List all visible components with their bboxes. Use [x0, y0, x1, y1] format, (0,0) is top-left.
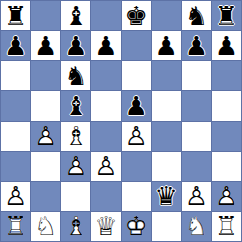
square-c4[interactable]: ♝♗	[61, 122, 90, 151]
piece-outline: ♔	[122, 212, 151, 241]
piece-outline: ♖	[1, 212, 30, 241]
piece-fill: ♝	[61, 91, 90, 120]
piece-outline: ♙	[122, 122, 151, 151]
piece-outline: ♗	[61, 122, 90, 151]
piece-fill: ♜	[212, 1, 241, 30]
square-h5[interactable]	[212, 91, 241, 120]
white-pawn-icon: ♟♙	[1, 182, 30, 211]
square-h2[interactable]: ♟♙	[212, 182, 241, 211]
black-rook-icon: ♜	[1, 1, 30, 30]
square-f1[interactable]	[152, 212, 181, 241]
square-c7[interactable]: ♟	[61, 31, 90, 60]
white-queen-icon: ♛♕	[91, 212, 120, 241]
piece-fill: ♛	[152, 182, 181, 211]
piece-fill: ♟	[212, 31, 241, 60]
chess-board: ♜♝♚♞♜♟♟♟♟♟♟♟♞♝♟♟♙♝♗♟♙♟♙♟♙♟♙♛♟♙♟♙♜♖♞♘♝♗♛♕…	[0, 0, 242, 242]
square-d8[interactable]	[91, 1, 120, 30]
square-g1[interactable]: ♞♘	[182, 212, 211, 241]
square-a4[interactable]	[1, 122, 30, 151]
square-f6[interactable]	[152, 61, 181, 90]
white-rook-icon: ♜♖	[212, 212, 241, 241]
square-b6[interactable]	[31, 61, 60, 90]
square-d3[interactable]: ♟♙	[91, 152, 120, 181]
piece-fill: ♟	[182, 31, 211, 60]
piece-outline: ♙	[1, 182, 30, 211]
square-e3[interactable]	[122, 152, 151, 181]
black-pawn-icon: ♟	[182, 31, 211, 60]
piece-fill: ♝	[61, 1, 90, 30]
square-g2[interactable]: ♟♙	[182, 182, 211, 211]
square-f3[interactable]	[152, 152, 181, 181]
black-queen-icon: ♛	[152, 182, 181, 211]
square-a6[interactable]	[1, 61, 30, 90]
square-f2[interactable]: ♛	[152, 182, 181, 211]
square-d4[interactable]	[91, 122, 120, 151]
square-a1[interactable]: ♜♖	[1, 212, 30, 241]
square-b5[interactable]	[31, 91, 60, 120]
square-b2[interactable]	[31, 182, 60, 211]
square-f4[interactable]	[152, 122, 181, 151]
black-bishop-icon: ♝	[61, 91, 90, 120]
square-b3[interactable]	[31, 152, 60, 181]
square-a7[interactable]: ♟	[1, 31, 30, 60]
piece-fill: ♟	[91, 31, 120, 60]
square-d5[interactable]	[91, 91, 120, 120]
square-f8[interactable]	[152, 1, 181, 30]
square-d1[interactable]: ♛♕	[91, 212, 120, 241]
square-c8[interactable]: ♝	[61, 1, 90, 30]
square-b8[interactable]	[31, 1, 60, 30]
black-pawn-icon: ♟	[212, 31, 241, 60]
square-g4[interactable]	[182, 122, 211, 151]
black-pawn-icon: ♟	[91, 31, 120, 60]
square-c2[interactable]	[61, 182, 90, 211]
square-h8[interactable]: ♜	[212, 1, 241, 30]
square-c1[interactable]: ♝♗	[61, 212, 90, 241]
piece-outline: ♙	[91, 152, 120, 181]
white-knight-icon: ♞♘	[182, 212, 211, 241]
square-g6[interactable]	[182, 61, 211, 90]
square-b7[interactable]: ♟	[31, 31, 60, 60]
black-pawn-icon: ♟	[152, 31, 181, 60]
piece-fill: ♟	[152, 31, 181, 60]
square-g3[interactable]	[182, 152, 211, 181]
square-a5[interactable]	[1, 91, 30, 120]
square-e1[interactable]: ♚♔	[122, 212, 151, 241]
square-e5[interactable]: ♟	[122, 91, 151, 120]
square-d2[interactable]	[91, 182, 120, 211]
white-pawn-icon: ♟♙	[61, 152, 90, 181]
piece-fill: ♟	[122, 91, 151, 120]
black-knight-icon: ♞	[61, 61, 90, 90]
piece-fill: ♞	[182, 1, 211, 30]
piece-outline: ♙	[61, 152, 90, 181]
square-c3[interactable]: ♟♙	[61, 152, 90, 181]
piece-outline: ♙	[31, 122, 60, 151]
black-bishop-icon: ♝	[61, 1, 90, 30]
piece-fill: ♜	[1, 1, 30, 30]
piece-outline: ♘	[31, 212, 60, 241]
square-h4[interactable]	[212, 122, 241, 151]
black-pawn-icon: ♟	[1, 31, 30, 60]
square-g7[interactable]: ♟	[182, 31, 211, 60]
white-pawn-icon: ♟♙	[212, 182, 241, 211]
white-bishop-icon: ♝♗	[61, 212, 90, 241]
square-h3[interactable]	[212, 152, 241, 181]
piece-outline: ♙	[212, 182, 241, 211]
piece-fill: ♞	[61, 61, 90, 90]
square-g5[interactable]	[182, 91, 211, 120]
square-a2[interactable]: ♟♙	[1, 182, 30, 211]
square-e7[interactable]	[122, 31, 151, 60]
square-e4[interactable]: ♟♙	[122, 122, 151, 151]
white-pawn-icon: ♟♙	[182, 182, 211, 211]
square-e8[interactable]: ♚	[122, 1, 151, 30]
white-knight-icon: ♞♘	[31, 212, 60, 241]
square-a3[interactable]	[1, 152, 30, 181]
piece-outline: ♙	[182, 182, 211, 211]
square-b4[interactable]: ♟♙	[31, 122, 60, 151]
square-f5[interactable]	[152, 91, 181, 120]
square-a8[interactable]: ♜	[1, 1, 30, 30]
black-king-icon: ♚	[122, 1, 151, 30]
square-e2[interactable]	[122, 182, 151, 211]
white-king-icon: ♚♔	[122, 212, 151, 241]
square-f7[interactable]: ♟	[152, 31, 181, 60]
square-d6[interactable]	[91, 61, 120, 90]
square-h6[interactable]	[212, 61, 241, 90]
black-knight-icon: ♞	[182, 1, 211, 30]
black-rook-icon: ♜	[212, 1, 241, 30]
piece-outline: ♕	[91, 212, 120, 241]
piece-outline: ♖	[212, 212, 241, 241]
white-pawn-icon: ♟♙	[91, 152, 120, 181]
piece-fill: ♟	[1, 31, 30, 60]
square-c5[interactable]: ♝	[61, 91, 90, 120]
black-pawn-icon: ♟	[31, 31, 60, 60]
piece-fill: ♟	[61, 31, 90, 60]
black-pawn-icon: ♟	[61, 31, 90, 60]
square-b1[interactable]: ♞♘	[31, 212, 60, 241]
square-c6[interactable]: ♞	[61, 61, 90, 90]
white-bishop-icon: ♝♗	[61, 122, 90, 151]
square-e6[interactable]	[122, 61, 151, 90]
white-pawn-icon: ♟♙	[31, 122, 60, 151]
square-h7[interactable]: ♟	[212, 31, 241, 60]
piece-outline: ♘	[182, 212, 211, 241]
piece-fill: ♟	[31, 31, 60, 60]
white-rook-icon: ♜♖	[1, 212, 30, 241]
square-h1[interactable]: ♜♖	[212, 212, 241, 241]
white-pawn-icon: ♟♙	[122, 122, 151, 151]
piece-fill: ♚	[122, 1, 151, 30]
square-g8[interactable]: ♞	[182, 1, 211, 30]
piece-outline: ♗	[61, 212, 90, 241]
square-d7[interactable]: ♟	[91, 31, 120, 60]
black-pawn-icon: ♟	[122, 91, 151, 120]
